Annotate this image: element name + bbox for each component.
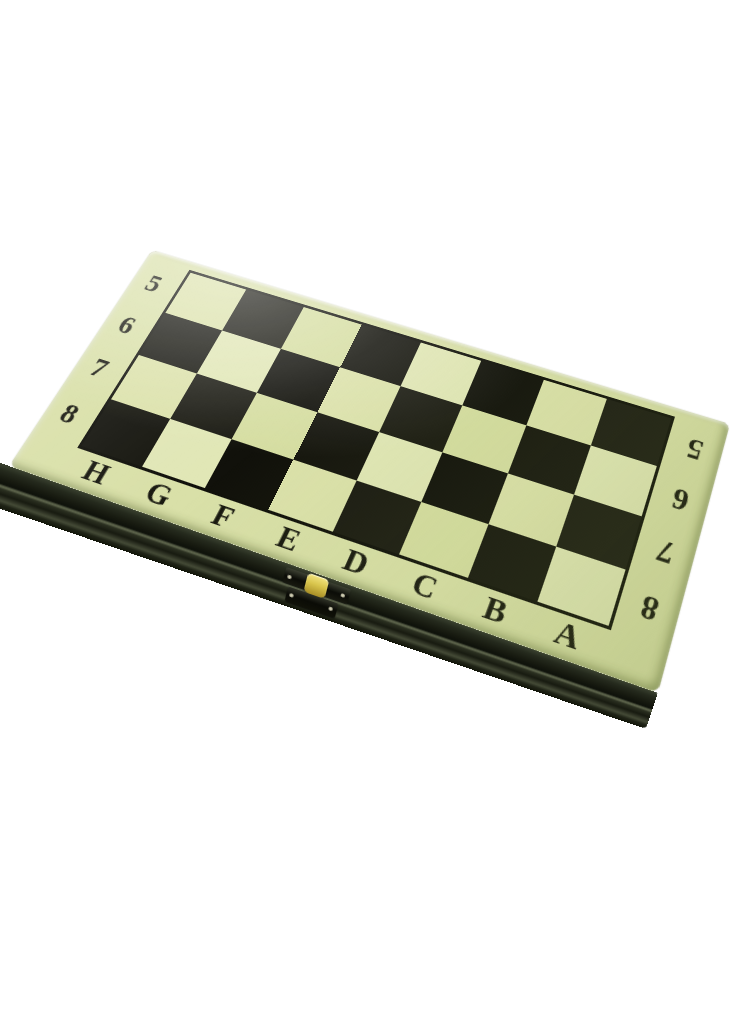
clasp-screw bbox=[340, 593, 345, 598]
rank-label-left-5: 5 bbox=[140, 271, 167, 297]
rank-label-right-6: 6 bbox=[669, 483, 692, 516]
file-label-c: C bbox=[407, 566, 442, 605]
rank-label-right-8: 8 bbox=[637, 589, 662, 626]
rank-label-left-8: 8 bbox=[55, 398, 85, 428]
file-label-h: H bbox=[77, 455, 115, 490]
clasp-screw bbox=[289, 593, 294, 598]
clasp-screw bbox=[328, 606, 333, 611]
file-label-e: E bbox=[272, 520, 306, 556]
clasp-screw bbox=[287, 574, 292, 579]
board-grid bbox=[77, 270, 675, 630]
file-label-a: A bbox=[551, 614, 585, 655]
file-label-b: B bbox=[479, 590, 512, 629]
rank-label-right-5: 5 bbox=[683, 434, 706, 465]
file-label-d: D bbox=[338, 543, 373, 581]
file-label-f: F bbox=[207, 498, 240, 533]
chess-box-photo: 56785678HGFEDCBA bbox=[0, 0, 746, 1017]
rank-label-left-7: 7 bbox=[85, 353, 114, 382]
file-label-g: G bbox=[140, 476, 178, 512]
rank-label-left-6: 6 bbox=[113, 311, 141, 338]
rank-label-right-7: 7 bbox=[653, 535, 677, 570]
